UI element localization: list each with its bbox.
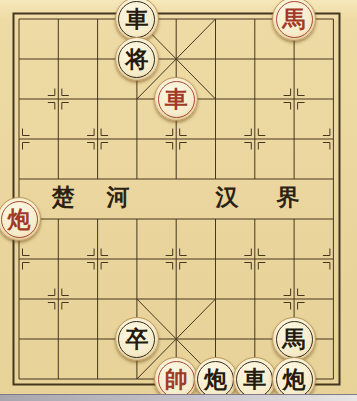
xiangqi-board-screen: 楚 河 汉 界 車馬将車炮卒馬帥炮車炮: [0, 0, 357, 401]
horse-glyph: 馬: [283, 7, 306, 31]
cannon-glyph: 炮: [283, 367, 306, 391]
red-horse[interactable]: 馬: [272, 0, 316, 41]
chariot-glyph: 車: [165, 87, 188, 111]
general-glyph: 将: [125, 47, 148, 71]
chariot-glyph: 車: [125, 7, 148, 31]
bottom-edge-strip: [0, 394, 357, 401]
chariot-glyph: 車: [243, 367, 266, 391]
red-chariot[interactable]: 車: [154, 77, 198, 121]
soldier-glyph: 卒: [125, 327, 148, 351]
black-chariot[interactable]: 車: [115, 0, 159, 41]
black-general[interactable]: 将: [115, 37, 159, 81]
cannon-glyph: 炮: [8, 207, 31, 231]
red-cannon[interactable]: 炮: [0, 197, 41, 241]
general-glyph: 帥: [165, 367, 188, 391]
cannon-glyph: 炮: [204, 367, 227, 391]
black-soldier[interactable]: 卒: [115, 317, 159, 361]
black-horse[interactable]: 馬: [272, 317, 316, 361]
horse-glyph: 馬: [283, 327, 306, 351]
board-grid: 車馬将車炮卒馬帥炮車炮: [0, 0, 353, 399]
